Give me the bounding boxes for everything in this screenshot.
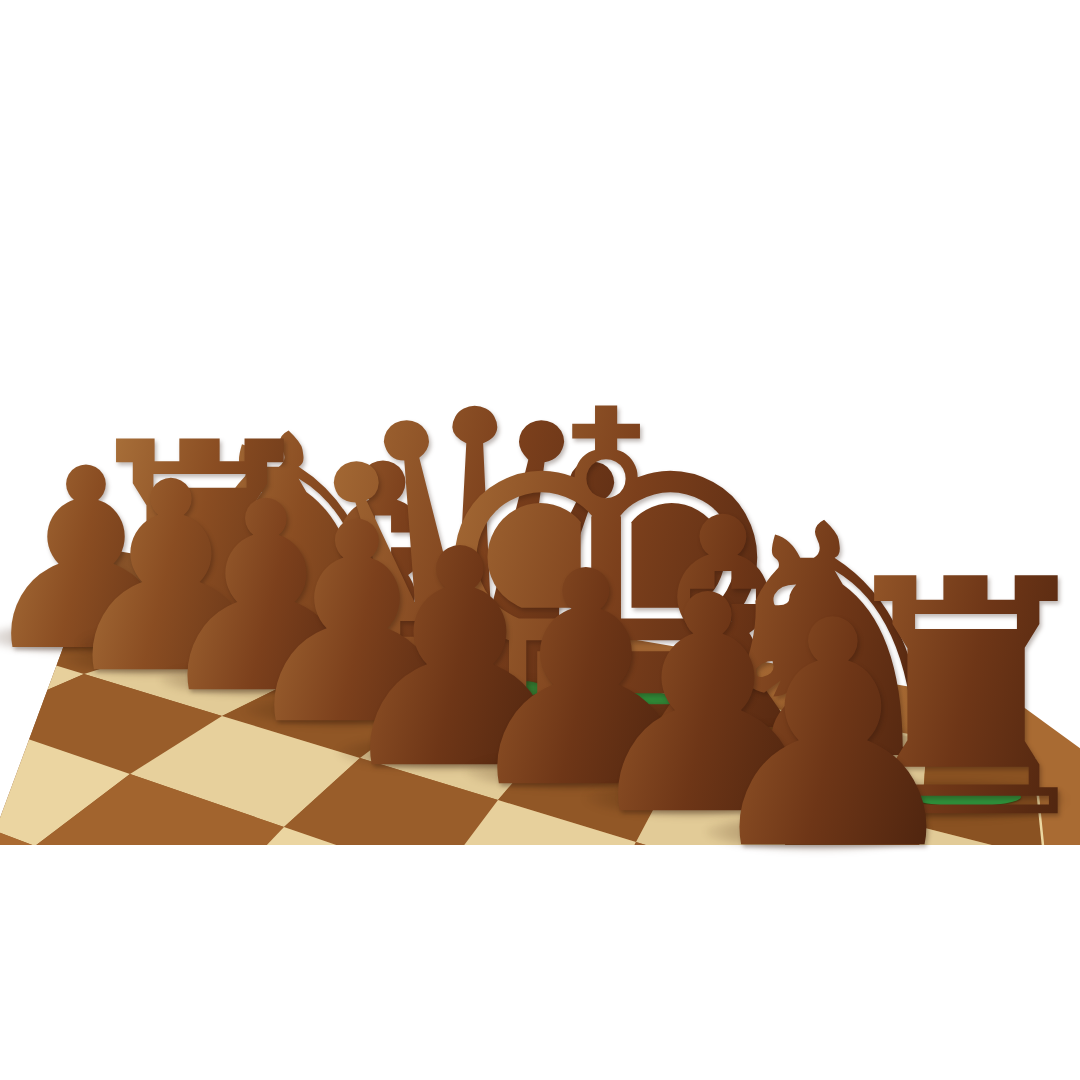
square <box>375 880 592 1038</box>
square <box>309 974 545 1080</box>
square <box>0 930 123 1080</box>
square <box>205 827 438 974</box>
square <box>123 910 375 1080</box>
square <box>900 926 1054 1080</box>
pawn-glyph: ♟ <box>693 580 973 892</box>
square <box>495 1038 715 1080</box>
chess-product-photo: 8 ♟♞♜♝♟♟♛♚♟♝♞♟♟♟♜♟ <box>0 0 1080 1080</box>
square <box>715 986 900 1080</box>
square <box>885 1039 1055 1080</box>
square <box>38 1005 309 1080</box>
square <box>545 933 746 1080</box>
square <box>0 846 205 1005</box>
